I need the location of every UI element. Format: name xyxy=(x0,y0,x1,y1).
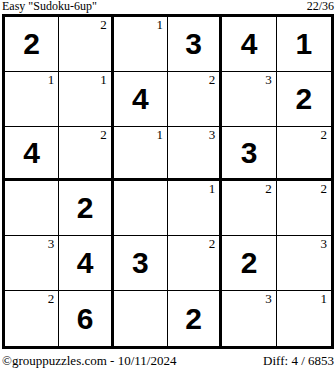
cell-r2c2[interactable]: 1 xyxy=(59,72,113,127)
pencil-mark: 2 xyxy=(209,72,216,87)
difficulty-label: Diff: 4 / 6853 xyxy=(263,353,334,369)
cell-r1c3[interactable]: 1 xyxy=(114,17,168,72)
pencil-mark: 1 xyxy=(48,72,55,87)
big-digit: 2 xyxy=(185,304,202,334)
cell-r3c6[interactable]: 2 xyxy=(277,127,331,182)
cell-r2c3[interactable]: 4 xyxy=(114,72,168,127)
pencil-mark: 1 xyxy=(156,127,163,142)
cell-r4c4[interactable]: 1 xyxy=(168,181,222,236)
cell-r1c5[interactable]: 4 xyxy=(222,17,276,72)
pencil-mark: 2 xyxy=(48,291,55,306)
big-digit: 2 xyxy=(23,29,40,59)
cell-r4c6[interactable]: 2 xyxy=(277,181,331,236)
big-digit: 1 xyxy=(295,29,312,59)
sudoku-grid: 221341114232421332212234322326231 xyxy=(2,14,334,349)
puzzle-title: Easy "Sudoku-6up" xyxy=(2,0,97,13)
big-digit: 4 xyxy=(241,29,258,59)
cell-r3c1[interactable]: 4 xyxy=(5,127,59,182)
big-digit: 4 xyxy=(23,138,40,168)
cell-r4c2[interactable]: 2 xyxy=(59,181,113,236)
pencil-mark: 1 xyxy=(320,291,327,306)
big-digit: 2 xyxy=(77,193,94,223)
pencil-mark: 3 xyxy=(265,72,272,87)
copyright-date: ©grouppuzzles.com - 10/11/2024 xyxy=(2,353,176,369)
cell-r1c4[interactable]: 3 xyxy=(168,17,222,72)
cell-r5c6[interactable]: 3 xyxy=(277,236,331,291)
cell-r2c4[interactable]: 2 xyxy=(168,72,222,127)
pencil-mark: 3 xyxy=(209,127,216,142)
cell-r2c6[interactable]: 2 xyxy=(277,72,331,127)
pencil-mark: 2 xyxy=(100,17,107,32)
big-digit: 3 xyxy=(185,29,202,59)
pencil-mark: 3 xyxy=(320,236,327,251)
cell-r4c5[interactable]: 2 xyxy=(222,181,276,236)
cell-r3c3[interactable]: 1 xyxy=(114,127,168,182)
pencil-mark: 1 xyxy=(100,72,107,87)
page-header: Easy "Sudoku-6up" 22/36 xyxy=(2,0,334,13)
big-digit: 2 xyxy=(295,84,312,114)
cell-r6c4[interactable]: 2 xyxy=(168,291,222,346)
big-digit: 4 xyxy=(132,84,149,114)
pencil-mark: 2 xyxy=(265,181,272,196)
pencil-mark: 1 xyxy=(209,181,216,196)
pencil-mark: 3 xyxy=(48,236,55,251)
pencil-mark: 1 xyxy=(156,17,163,32)
cell-r1c1[interactable]: 2 xyxy=(5,17,59,72)
cell-r5c4[interactable]: 2 xyxy=(168,236,222,291)
cell-r5c3[interactable]: 3 xyxy=(114,236,168,291)
cell-r6c2[interactable]: 6 xyxy=(59,291,113,346)
big-digit: 2 xyxy=(241,248,258,278)
pencil-mark: 2 xyxy=(320,127,327,142)
cell-r6c3[interactable] xyxy=(114,291,168,346)
cell-r2c5[interactable]: 3 xyxy=(222,72,276,127)
big-digit: 3 xyxy=(132,248,149,278)
page-footer: ©grouppuzzles.com - 10/11/2024 Diff: 4 /… xyxy=(2,352,334,369)
pencil-mark: 2 xyxy=(209,236,216,251)
cell-r1c2[interactable]: 2 xyxy=(59,17,113,72)
pencil-mark: 2 xyxy=(320,181,327,196)
cell-r2c1[interactable]: 1 xyxy=(5,72,59,127)
progress-counter: 22/36 xyxy=(307,0,334,13)
cell-r5c5[interactable]: 2 xyxy=(222,236,276,291)
cell-r4c3[interactable] xyxy=(114,181,168,236)
big-digit: 3 xyxy=(241,138,258,168)
cell-r3c5[interactable]: 3 xyxy=(222,127,276,182)
big-digit: 6 xyxy=(77,304,94,334)
cell-r6c6[interactable]: 1 xyxy=(277,291,331,346)
pencil-mark: 2 xyxy=(100,127,107,142)
big-digit: 4 xyxy=(77,248,94,278)
cell-r4c1[interactable] xyxy=(5,181,59,236)
cell-r5c2[interactable]: 4 xyxy=(59,236,113,291)
cell-r1c6[interactable]: 1 xyxy=(277,17,331,72)
pencil-mark: 3 xyxy=(265,291,272,306)
cell-r6c5[interactable]: 3 xyxy=(222,291,276,346)
cell-r3c4[interactable]: 3 xyxy=(168,127,222,182)
cell-r6c1[interactable]: 2 xyxy=(5,291,59,346)
cell-r3c2[interactable]: 2 xyxy=(59,127,113,182)
cell-r5c1[interactable]: 3 xyxy=(5,236,59,291)
